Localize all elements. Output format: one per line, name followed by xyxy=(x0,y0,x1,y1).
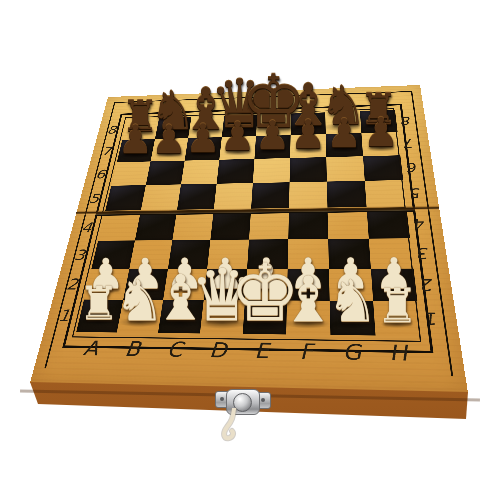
square-a6 xyxy=(111,161,150,185)
square-h8 xyxy=(360,110,398,133)
square-c8 xyxy=(188,116,224,138)
square-f6 xyxy=(290,157,327,182)
square-g6 xyxy=(326,156,364,181)
screw-icon xyxy=(220,397,224,401)
square-f4 xyxy=(288,211,328,239)
square-c7 xyxy=(185,137,222,160)
square-d2 xyxy=(204,269,247,300)
rank-label-right-7: 7 xyxy=(402,137,414,149)
square-a8 xyxy=(122,118,159,140)
square-g5 xyxy=(327,181,367,208)
rank-label-right-1: 1 xyxy=(424,310,438,327)
square-b1 xyxy=(117,300,163,333)
square-h6 xyxy=(363,155,403,181)
square-a1 xyxy=(76,300,123,333)
rank-label-right-4: 4 xyxy=(412,217,425,231)
square-c3 xyxy=(168,240,210,269)
square-h3 xyxy=(369,238,414,268)
chess-set-photo: 88A77B66C55D44E33F22G11H ♜♞♝♛♚♝♞♜♟♟♟♟♟♟♟… xyxy=(0,0,500,500)
square-e1 xyxy=(243,300,287,334)
square-c6 xyxy=(181,160,219,185)
square-c1 xyxy=(158,300,204,334)
square-d8 xyxy=(222,115,258,137)
square-b8 xyxy=(155,117,191,139)
square-g4 xyxy=(328,210,369,238)
square-a2 xyxy=(84,269,129,300)
square-e3 xyxy=(247,239,288,269)
rank-label-right-6: 6 xyxy=(405,161,417,174)
square-f7 xyxy=(290,134,326,158)
latch-hook-icon xyxy=(212,408,252,448)
square-a3 xyxy=(91,240,135,269)
square-d4 xyxy=(210,212,250,240)
square-b7 xyxy=(151,138,189,161)
square-b4 xyxy=(135,213,177,240)
square-g2 xyxy=(329,269,373,301)
square-f5 xyxy=(289,182,327,209)
square-a5 xyxy=(105,185,146,211)
square-b6 xyxy=(146,161,185,185)
rank-label-right-8: 8 xyxy=(399,115,411,126)
rank-label-right-3: 3 xyxy=(416,246,429,261)
square-b3 xyxy=(129,240,172,269)
square-c4 xyxy=(172,213,213,241)
rank-label-right-2: 2 xyxy=(420,277,434,293)
square-h2 xyxy=(371,269,418,302)
square-c2 xyxy=(163,269,207,300)
square-d7 xyxy=(219,136,256,160)
square-e8 xyxy=(256,114,291,137)
square-g3 xyxy=(328,239,371,269)
square-e6 xyxy=(253,158,290,183)
rank-label-right-5: 5 xyxy=(408,186,421,199)
square-h1 xyxy=(373,301,421,336)
square-e5 xyxy=(251,182,289,208)
file-label-h: H xyxy=(389,342,410,364)
square-g8 xyxy=(325,111,361,134)
square-d6 xyxy=(217,159,255,184)
square-b5 xyxy=(141,184,181,210)
square-e2 xyxy=(245,269,288,301)
chess-board: 88A77B66C55D44E33F22G11H xyxy=(30,85,468,393)
square-h4 xyxy=(367,210,410,239)
screw-icon xyxy=(261,398,265,402)
square-e7 xyxy=(254,135,290,159)
square-b2 xyxy=(123,269,168,300)
square-e4 xyxy=(249,212,289,240)
square-f3 xyxy=(288,239,329,269)
file-label-g: G xyxy=(342,342,365,364)
square-h5 xyxy=(365,180,407,207)
square-a4 xyxy=(98,214,140,241)
square-h7 xyxy=(361,132,400,156)
square-g1 xyxy=(330,301,376,336)
square-d3 xyxy=(207,240,249,269)
square-f1 xyxy=(286,301,330,335)
square-f8 xyxy=(291,112,326,135)
square-c5 xyxy=(177,184,217,210)
square-a7 xyxy=(117,139,155,162)
square-d1 xyxy=(200,300,245,334)
square-f2 xyxy=(287,269,330,301)
square-d5 xyxy=(214,183,253,209)
square-g7 xyxy=(326,133,363,157)
